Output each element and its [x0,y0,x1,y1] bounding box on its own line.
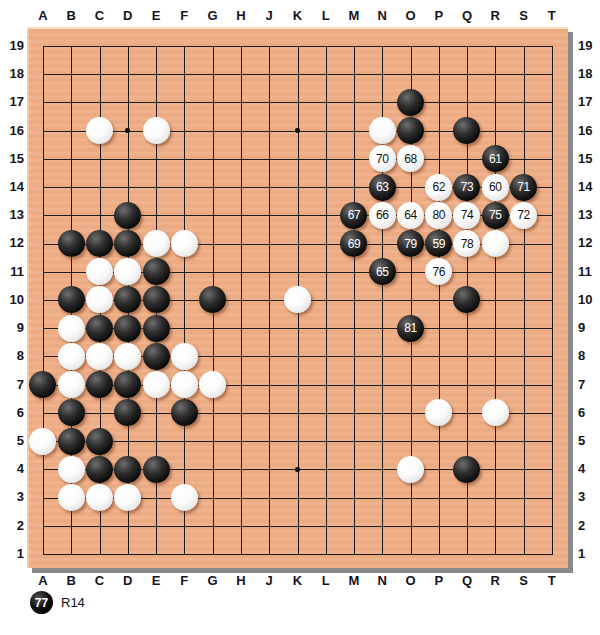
move-number-74: 74 [461,209,474,221]
coordinate-label-M: M [340,7,368,25]
coordinate-label-A: A [29,572,57,590]
black-stone-C7 [86,371,113,398]
black-stone-O17 [397,89,424,116]
black-stone-R15: 61 [482,145,509,172]
white-stone-E16 [143,117,170,144]
coordinate-label-16: 16 [0,117,24,145]
coordinate-label-3: 3 [0,483,24,511]
coordinate-label-N: N [368,572,396,590]
coordinate-label-2: 2 [0,512,24,540]
coordinate-label-18: 18 [578,60,600,88]
coordinate-label-C: C [85,7,113,25]
black-stone-D9 [114,315,141,342]
white-stone-F3 [171,484,198,511]
black-stone-O16 [397,117,424,144]
white-stone-F7 [171,371,198,398]
white-stone-D3 [114,484,141,511]
white-stone-N13: 66 [369,202,396,229]
coordinate-label-L: L [312,572,340,590]
move-number-73: 73 [461,181,474,193]
coordinate-label-12: 12 [578,229,600,257]
black-stone-Q4 [453,456,480,483]
coordinate-label-16: 16 [578,117,600,145]
black-stone-C5 [86,428,113,455]
coordinate-label-15: 15 [0,145,24,173]
white-stone-P13: 80 [425,202,452,229]
coordinate-label-13: 13 [0,201,24,229]
move-number-61: 61 [489,153,502,165]
coordinate-label-8: 8 [578,342,600,370]
coordinate-label-R: R [481,572,509,590]
black-stone-D10 [114,286,141,313]
coordinate-label-15: 15 [578,145,600,173]
coordinate-label-O: O [396,7,424,25]
move-number-69: 69 [348,238,361,250]
move-number-72: 72 [517,209,530,221]
coordinate-label-S: S [509,7,537,25]
coordinate-label-O: O [396,572,424,590]
coordinate-label-T: T [538,7,566,25]
white-stone-C3 [86,484,113,511]
coordinate-label-2: 2 [578,512,600,540]
coordinate-label-B: B [57,7,85,25]
white-stone-K10 [284,286,311,313]
white-stone-A5 [29,428,56,455]
black-stone-E10 [143,286,170,313]
star-point-K4 [295,467,300,472]
column-labels-top: ABCDEFGHJKLMNOPQRST [29,7,566,25]
white-stone-C11 [86,258,113,285]
go-board[interactable]: 7068616362736071676664807475726979597865… [27,27,568,568]
black-stone-M12: 69 [340,230,367,257]
coordinate-label-D: D [114,572,142,590]
black-stone-S14: 71 [510,174,537,201]
black-stone-icon: 77 [30,591,53,614]
move-number-80: 80 [432,209,445,221]
move-number-81: 81 [404,322,417,334]
coordinate-label-K: K [283,7,311,25]
go-diagram: ABCDEFGHJKLMNOPQRST 19181716151413121110… [0,0,600,635]
black-stone-N14: 63 [369,174,396,201]
coordinate-label-J: J [255,572,283,590]
coordinate-label-4: 4 [578,455,600,483]
white-stone-F8 [171,343,198,370]
coordinate-label-N: N [368,7,396,25]
coordinate-label-8: 8 [0,342,24,370]
coordinate-label-R: R [481,7,509,25]
white-stone-R12 [482,230,509,257]
black-stone-E4 [143,456,170,483]
black-stone-E11 [143,258,170,285]
coordinate-label-E: E [142,7,170,25]
coordinate-label-10: 10 [0,286,24,314]
coordinate-label-7: 7 [578,371,600,399]
black-stone-B10 [58,286,85,313]
move-number-66: 66 [376,209,389,221]
coordinate-label-H: H [227,572,255,590]
last-move-caption: 77 R14 [30,591,85,614]
white-stone-O15: 68 [397,145,424,172]
move-number-64: 64 [404,209,417,221]
black-stone-C9 [86,315,113,342]
move-number-65: 65 [376,266,389,278]
coordinate-label-D: D [114,7,142,25]
black-stone-D7 [114,371,141,398]
coordinate-label-K: K [283,572,311,590]
coordinate-label-9: 9 [578,314,600,342]
coordinate-label-12: 12 [0,229,24,257]
black-stone-D6 [114,399,141,426]
move-number-63: 63 [376,181,389,193]
coordinate-label-13: 13 [578,201,600,229]
coordinate-label-P: P [425,572,453,590]
column-labels-bottom: ABCDEFGHJKLMNOPQRST [29,572,566,590]
move-number-59: 59 [432,238,445,250]
move-number-60: 60 [489,181,502,193]
stones-layer: 7068616362736071676664807475726979597865… [29,32,566,568]
black-stone-E9 [143,315,170,342]
caption-move-number: 77 [35,597,48,609]
move-number-68: 68 [404,153,417,165]
coordinate-label-14: 14 [0,173,24,201]
coordinate-label-7: 7 [0,371,24,399]
black-stone-B12 [58,230,85,257]
star-point-D16 [125,128,130,133]
black-stone-B6 [58,399,85,426]
white-stone-S13: 72 [510,202,537,229]
coordinate-label-10: 10 [578,286,600,314]
move-number-71: 71 [517,181,530,193]
coordinate-label-E: E [142,572,170,590]
coordinate-label-F: F [170,7,198,25]
move-number-78: 78 [461,238,474,250]
white-stone-R14: 60 [482,174,509,201]
coordinate-label-A: A [29,7,57,25]
coordinate-label-J: J [255,7,283,25]
black-stone-O12: 79 [397,230,424,257]
coordinate-label-11: 11 [578,258,600,286]
white-stone-Q13: 74 [453,202,480,229]
white-stone-B9 [58,315,85,342]
black-stone-A7 [29,371,56,398]
black-stone-O9: 81 [397,315,424,342]
black-stone-Q14: 73 [453,174,480,201]
coordinate-label-L: L [312,7,340,25]
coordinate-label-B: B [57,572,85,590]
coordinate-label-T: T [538,572,566,590]
black-stone-R13: 75 [482,202,509,229]
white-stone-G7 [199,371,226,398]
black-stone-M13: 67 [340,202,367,229]
black-stone-F6 [171,399,198,426]
white-stone-E12 [143,230,170,257]
move-number-76: 76 [432,266,445,278]
move-number-62: 62 [432,181,445,193]
black-stone-B5 [58,428,85,455]
white-stone-P14: 62 [425,174,452,201]
coordinate-label-F: F [170,572,198,590]
white-stone-C16 [86,117,113,144]
coordinate-label-6: 6 [0,399,24,427]
black-stone-C4 [86,456,113,483]
star-point-K16 [295,128,300,133]
black-stone-D12 [114,230,141,257]
coordinate-label-S: S [509,572,537,590]
coordinate-label-3: 3 [578,483,600,511]
white-stone-B7 [58,371,85,398]
white-stone-E7 [143,371,170,398]
coordinate-label-Q: Q [453,572,481,590]
coordinate-label-17: 17 [0,88,24,116]
coordinate-label-19: 19 [578,32,600,60]
white-stone-R6 [482,399,509,426]
coordinate-label-17: 17 [578,88,600,116]
move-number-70: 70 [376,153,389,165]
coordinate-label-H: H [227,7,255,25]
white-stone-O13: 64 [397,202,424,229]
coordinate-label-5: 5 [578,427,600,455]
white-stone-N16 [369,117,396,144]
white-stone-F12 [171,230,198,257]
black-stone-E8 [143,343,170,370]
row-labels-left: 19181716151413121110987654321 [0,32,24,568]
white-stone-P6 [425,399,452,426]
coordinate-label-G: G [198,7,226,25]
black-stone-C12 [86,230,113,257]
coordinate-label-1: 1 [578,540,600,568]
white-stone-D11 [114,258,141,285]
coordinate-label-P: P [425,7,453,25]
coordinate-label-M: M [340,572,368,590]
white-stone-Q12: 78 [453,230,480,257]
coordinate-label-6: 6 [578,399,600,427]
coordinate-label-4: 4 [0,455,24,483]
coordinate-label-C: C [85,572,113,590]
white-stone-C8 [86,343,113,370]
black-stone-D4 [114,456,141,483]
coordinate-label-9: 9 [0,314,24,342]
white-stone-D8 [114,343,141,370]
coordinate-label-11: 11 [0,258,24,286]
black-stone-Q16 [453,117,480,144]
coordinate-label-G: G [198,572,226,590]
coordinate-label-Q: Q [453,7,481,25]
white-stone-N15: 70 [369,145,396,172]
white-stone-B8 [58,343,85,370]
coordinate-label-1: 1 [0,540,24,568]
white-stone-B4 [58,456,85,483]
move-number-75: 75 [489,209,502,221]
white-stone-P11: 76 [425,258,452,285]
move-number-67: 67 [348,209,361,221]
caption-coordinate: R14 [61,595,85,610]
black-stone-Q10 [453,286,480,313]
black-stone-N11: 65 [369,258,396,285]
coordinate-label-18: 18 [0,60,24,88]
row-labels-right: 19181716151413121110987654321 [578,32,600,568]
black-stone-P12: 59 [425,230,452,257]
black-stone-D13 [114,202,141,229]
coordinate-label-14: 14 [578,173,600,201]
black-stone-G10 [199,286,226,313]
white-stone-B3 [58,484,85,511]
coordinate-label-19: 19 [0,32,24,60]
white-stone-O4 [397,456,424,483]
white-stone-C10 [86,286,113,313]
move-number-79: 79 [404,238,417,250]
coordinate-label-5: 5 [0,427,24,455]
